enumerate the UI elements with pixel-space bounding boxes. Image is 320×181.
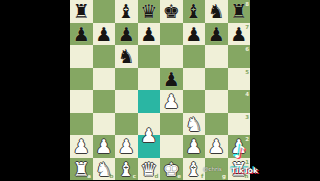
square-c3[interactable]	[115, 113, 138, 136]
rank-label-3: 3	[245, 114, 249, 120]
black-bishop[interactable]: ♝	[183, 0, 206, 23]
white-pawn[interactable]: ♟	[205, 135, 228, 158]
square-g4[interactable]	[205, 90, 228, 113]
square-d5[interactable]	[138, 68, 161, 91]
square-d2[interactable]: ♟	[138, 135, 161, 158]
white-rook[interactable]: ♜	[70, 158, 93, 181]
white-pawn[interactable]: ♟	[70, 135, 93, 158]
square-a4[interactable]	[70, 90, 93, 113]
square-e7[interactable]	[160, 23, 183, 46]
black-pawn[interactable]: ♟	[160, 68, 183, 91]
white-pawn[interactable]: ♟	[93, 135, 116, 158]
video-frame: ♜♝♛♚♝♞8♜♟♟♟♟♟♟7♟♞6♟5♟4♞3♟♟♟♟♟♟2♟a♜b♞c♝d♛…	[0, 0, 320, 180]
square-c1[interactable]: c♝	[115, 158, 138, 181]
rank-label-5: 5	[245, 69, 249, 75]
black-rook[interactable]: ♜	[70, 0, 93, 23]
square-h3[interactable]: 3	[228, 113, 251, 136]
square-e4[interactable]: ♟	[160, 90, 183, 113]
square-f2[interactable]: ♟	[183, 135, 206, 158]
black-pawn[interactable]: ♟	[205, 23, 228, 46]
black-knight[interactable]: ♞	[115, 45, 138, 68]
square-f3[interactable]: ♞	[183, 113, 206, 136]
square-c5[interactable]	[115, 68, 138, 91]
square-g7[interactable]: ♟	[205, 23, 228, 46]
square-c8[interactable]: ♝	[115, 0, 138, 23]
square-a1[interactable]: a♜	[70, 158, 93, 181]
black-pawn[interactable]: ♟	[138, 23, 161, 46]
black-pawn[interactable]: ♟	[70, 23, 93, 46]
square-f6[interactable]	[183, 45, 206, 68]
white-queen[interactable]: ♛	[138, 158, 161, 181]
square-h7[interactable]: 7♟	[228, 23, 251, 46]
black-rook[interactable]: ♜	[228, 0, 251, 23]
white-pawn[interactable]: ♟	[160, 90, 183, 113]
tiktok-note-icon: ♪	[233, 140, 247, 162]
square-b1[interactable]: b♞	[93, 158, 116, 181]
square-e5[interactable]: ♟	[160, 68, 183, 91]
square-c7[interactable]: ♟	[115, 23, 138, 46]
white-pawn[interactable]: ♟	[115, 135, 138, 158]
square-b8[interactable]	[93, 0, 116, 23]
square-b2[interactable]: ♟	[93, 135, 116, 158]
square-a5[interactable]	[70, 68, 93, 91]
black-pawn[interactable]: ♟	[93, 23, 116, 46]
square-b5[interactable]	[93, 68, 116, 91]
square-b3[interactable]	[93, 113, 116, 136]
square-d6[interactable]	[138, 45, 161, 68]
square-h8[interactable]: 8♜	[228, 0, 251, 23]
square-g2[interactable]: ♟	[205, 135, 228, 158]
square-f7[interactable]: ♟	[183, 23, 206, 46]
square-d1[interactable]: d♛	[138, 158, 161, 181]
square-e8[interactable]: ♚	[160, 0, 183, 23]
white-pawn[interactable]: ♟	[138, 124, 161, 147]
white-knight[interactable]: ♞	[93, 158, 116, 181]
black-pawn[interactable]: ♟	[228, 23, 251, 46]
square-a6[interactable]	[70, 45, 93, 68]
square-d8[interactable]: ♛	[138, 0, 161, 23]
square-f5[interactable]	[183, 68, 206, 91]
black-pawn[interactable]: ♟	[183, 23, 206, 46]
square-f8[interactable]: ♝	[183, 0, 206, 23]
square-e1[interactable]: e♚	[160, 158, 183, 181]
square-a7[interactable]: ♟	[70, 23, 93, 46]
square-f1[interactable]: f♝	[183, 158, 206, 181]
white-king[interactable]: ♚	[160, 158, 183, 181]
square-a8[interactable]: ♜	[70, 0, 93, 23]
black-king[interactable]: ♚	[160, 0, 183, 23]
square-h4[interactable]: 4	[228, 90, 251, 113]
square-b7[interactable]: ♟	[93, 23, 116, 46]
square-b6[interactable]	[93, 45, 116, 68]
white-bishop[interactable]: ♝	[115, 158, 138, 181]
square-e3[interactable]	[160, 113, 183, 136]
black-knight[interactable]: ♞	[205, 0, 228, 23]
square-h6[interactable]: 6	[228, 45, 251, 68]
chess-board[interactable]: ♜♝♛♚♝♞8♜♟♟♟♟♟♟7♟♞6♟5♟4♞3♟♟♟♟♟♟2♟a♜b♞c♝d♛…	[70, 0, 250, 180]
tiktok-wordmark: TikTok	[231, 166, 258, 175]
watermark-username: @chris	[203, 166, 222, 172]
square-c2[interactable]: ♟	[115, 135, 138, 158]
square-d7[interactable]: ♟	[138, 23, 161, 46]
black-queen[interactable]: ♛	[138, 0, 161, 23]
black-pawn[interactable]: ♟	[115, 23, 138, 46]
square-e2[interactable]	[160, 135, 183, 158]
square-a3[interactable]	[70, 113, 93, 136]
white-pawn[interactable]: ♟	[183, 135, 206, 158]
white-knight[interactable]: ♞	[183, 113, 206, 136]
square-e6[interactable]	[160, 45, 183, 68]
square-d4[interactable]	[138, 90, 161, 113]
square-g8[interactable]: ♞	[205, 0, 228, 23]
square-c4[interactable]	[115, 90, 138, 113]
rank-label-4: 4	[245, 91, 249, 97]
square-c6[interactable]: ♞	[115, 45, 138, 68]
square-g3[interactable]	[205, 113, 228, 136]
square-h5[interactable]: 5	[228, 68, 251, 91]
file-label-g: g	[222, 173, 226, 179]
white-bishop[interactable]: ♝	[183, 158, 206, 181]
square-b4[interactable]	[93, 90, 116, 113]
black-bishop[interactable]: ♝	[115, 0, 138, 23]
square-a2[interactable]: ♟	[70, 135, 93, 158]
square-g6[interactable]	[205, 45, 228, 68]
square-f4[interactable]	[183, 90, 206, 113]
square-g5[interactable]	[205, 68, 228, 91]
rank-label-6: 6	[245, 46, 249, 52]
